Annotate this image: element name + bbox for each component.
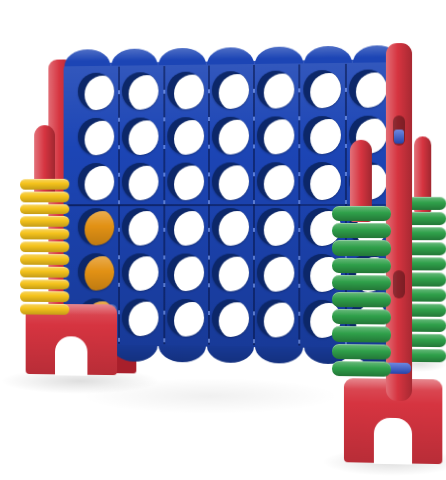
- board-hole-r1c3: [167, 72, 204, 110]
- connect-four-set: [11, 0, 446, 480]
- board-hole-r4c1: [78, 208, 114, 245]
- board-hole-r2c1: [78, 118, 114, 156]
- green-disc: [332, 223, 391, 238]
- yellow-disc: [20, 229, 69, 240]
- green-disc: [332, 240, 391, 255]
- board-cell-r3c2: [118, 159, 163, 204]
- board-hole-r4c4: [212, 208, 249, 246]
- board-hole-r1c4: [212, 71, 249, 109]
- yellow-disc: [20, 291, 69, 302]
- green-disc: [332, 206, 391, 221]
- board-hole-r6c5: [257, 299, 294, 337]
- board-cell-r1c6: [299, 66, 345, 112]
- edge-bump: [159, 48, 206, 65]
- edge-bump: [207, 346, 254, 363]
- green-disc: [332, 292, 391, 308]
- board-cell-r6c4: [208, 295, 253, 341]
- green-disc-stack-front: [332, 205, 391, 378]
- edge-bump: [111, 48, 158, 65]
- product-photo-stage: [0, 0, 446, 480]
- edge-bump: [111, 345, 158, 362]
- blue-pin-clip-icon: [394, 130, 404, 144]
- yellow-disc-stack: [20, 178, 69, 316]
- board-hole-r4c5: [257, 208, 294, 246]
- yellow-disc: [20, 216, 69, 227]
- board-cell-r2c4: [208, 113, 253, 159]
- board-hole-r6c3: [167, 299, 204, 337]
- yellow-disc: [20, 254, 69, 265]
- board-cell-r1c1: [74, 69, 118, 115]
- yellow-disc: [20, 304, 69, 315]
- edge-bump: [207, 47, 254, 64]
- board-cell-r1c5: [253, 66, 299, 112]
- board-hole-r1c7: [349, 69, 387, 107]
- board-cell-r4c2: [118, 204, 163, 249]
- yellow-disc: [20, 204, 69, 215]
- edge-bump: [255, 46, 303, 64]
- right-rail-slot-middle: [393, 270, 405, 298]
- board-cell-r4c5: [253, 204, 299, 250]
- board-cell-r5c4: [208, 250, 253, 296]
- board-cell-r3c5: [253, 158, 299, 204]
- board-hole-r1c5: [257, 70, 294, 108]
- edge-bump: [255, 346, 303, 363]
- board-cell-r5c5: [253, 250, 299, 296]
- board-cell-r2c2: [118, 113, 163, 159]
- board-cell-r2c1: [74, 114, 118, 159]
- edge-bump: [64, 49, 110, 66]
- board-cell-r4c1: [74, 204, 118, 249]
- green-disc: [332, 309, 391, 325]
- board-hole-r4c2: [122, 208, 159, 245]
- board-hole-r3c3: [167, 163, 204, 201]
- board-hole-r5c2: [122, 253, 159, 291]
- board-cell-r5c3: [163, 250, 208, 296]
- board-cell-r1c2: [118, 68, 163, 114]
- board-hole-r3c5: [257, 162, 294, 200]
- board-hole-r2c6: [303, 116, 341, 154]
- board-cell-r2c5: [253, 112, 299, 158]
- board-cell-r3c6: [299, 158, 345, 204]
- yellow-disc: [20, 279, 69, 290]
- board-hole-r3c2: [122, 163, 159, 201]
- board-cell-r4c3: [163, 204, 208, 250]
- board-hole-r6c4: [212, 299, 249, 337]
- board-hole-r2c4: [212, 117, 249, 155]
- board-hole-r5c5: [257, 254, 294, 292]
- yellow-disc: [20, 179, 69, 190]
- board-cell-r2c6: [299, 112, 345, 158]
- board-cell-r1c7: [345, 65, 391, 112]
- green-disc: [332, 275, 391, 291]
- yellow-disc: [20, 191, 69, 202]
- right-leg-arch-cutout: [374, 418, 412, 465]
- board-hole-r3c4: [212, 162, 249, 200]
- board-cell-r1c3: [163, 68, 208, 114]
- board-hole-r5c1: [78, 253, 114, 290]
- yellow-disc: [20, 241, 69, 252]
- green-disc: [332, 344, 391, 360]
- board-cell-r5c1: [74, 249, 118, 294]
- board-cell-r6c5: [253, 295, 299, 341]
- yellow-disc: [20, 266, 69, 277]
- board-hole-r3c6: [303, 162, 341, 200]
- board-hole-r6c2: [122, 299, 159, 337]
- board-hole-r3c1: [78, 163, 114, 200]
- board-cell-r2c3: [163, 113, 208, 159]
- board-hole-r2c3: [167, 117, 204, 155]
- edge-bump: [304, 46, 352, 64]
- board-hole-r2c2: [122, 117, 159, 155]
- green-disc: [332, 258, 391, 273]
- board-hole-r5c3: [167, 253, 204, 291]
- board-cell-r3c3: [163, 159, 208, 205]
- board-cell-r6c3: [163, 295, 208, 341]
- board-cell-r3c1: [74, 159, 118, 204]
- board-cell-r4c4: [208, 204, 253, 250]
- board-hole-r2c5: [257, 116, 294, 154]
- green-disc: [332, 326, 391, 342]
- board-hole-r1c1: [78, 73, 114, 111]
- board-cell-r5c2: [118, 249, 163, 294]
- board-cell-r1c4: [208, 67, 253, 113]
- board-cell-r3c4: [208, 158, 253, 204]
- board-hole-r5c4: [212, 254, 249, 292]
- edge-bump: [159, 345, 206, 362]
- board-hole-r4c3: [167, 208, 204, 246]
- board-hole-r1c2: [122, 72, 159, 110]
- green-disc: [332, 361, 391, 377]
- board-cell-r6c2: [118, 295, 163, 341]
- board-hole-r1c6: [303, 70, 341, 108]
- left-leg-arch-cutout: [55, 336, 87, 376]
